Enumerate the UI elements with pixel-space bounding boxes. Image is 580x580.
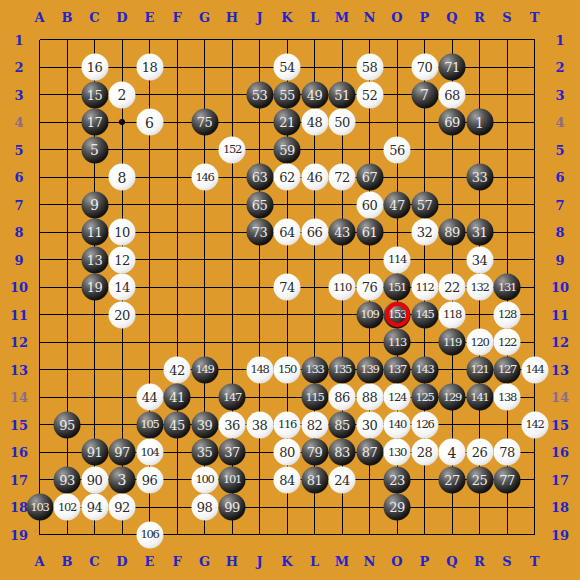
- intersection-Q1[interactable]: [438, 26, 466, 54]
- intersection-M6[interactable]: 72: [328, 163, 356, 191]
- intersection-K11[interactable]: [273, 301, 301, 329]
- intersection-Q6[interactable]: [438, 163, 466, 191]
- intersection-D6[interactable]: 8: [108, 163, 136, 191]
- intersection-O19[interactable]: [383, 521, 411, 549]
- intersection-E5[interactable]: [136, 136, 164, 164]
- intersection-O2[interactable]: [383, 53, 411, 81]
- intersection-E18[interactable]: [136, 493, 164, 521]
- intersection-T5[interactable]: [521, 136, 549, 164]
- intersection-K15[interactable]: 116: [273, 411, 301, 439]
- intersection-S13[interactable]: 127: [493, 356, 521, 384]
- intersection-P9[interactable]: [411, 246, 439, 274]
- intersection-L18[interactable]: [301, 493, 329, 521]
- intersection-F9[interactable]: [163, 246, 191, 274]
- intersection-C10[interactable]: 19: [81, 273, 109, 301]
- intersection-G7[interactable]: [191, 191, 219, 219]
- intersection-E4[interactable]: 6: [136, 108, 164, 136]
- intersection-S3[interactable]: [493, 81, 521, 109]
- intersection-L12[interactable]: [301, 328, 329, 356]
- intersection-M17[interactable]: 24: [328, 466, 356, 494]
- intersection-O17[interactable]: 23: [383, 466, 411, 494]
- intersection-O10[interactable]: 151: [383, 273, 411, 301]
- intersection-E1[interactable]: [136, 26, 164, 54]
- intersection-N12[interactable]: [356, 328, 384, 356]
- intersection-C3[interactable]: 15: [81, 81, 109, 109]
- intersection-T12[interactable]: [521, 328, 549, 356]
- intersection-H1[interactable]: [218, 26, 246, 54]
- intersection-S19[interactable]: [493, 521, 521, 549]
- intersection-F4[interactable]: [163, 108, 191, 136]
- intersection-A19[interactable]: [26, 521, 54, 549]
- intersection-F7[interactable]: [163, 191, 191, 219]
- intersection-S9[interactable]: [493, 246, 521, 274]
- intersection-D18[interactable]: 92: [108, 493, 136, 521]
- intersection-G10[interactable]: [191, 273, 219, 301]
- intersection-Q4[interactable]: 69: [438, 108, 466, 136]
- intersection-H9[interactable]: [218, 246, 246, 274]
- intersection-R5[interactable]: [466, 136, 494, 164]
- intersection-F14[interactable]: 41: [163, 383, 191, 411]
- intersection-A7[interactable]: [26, 191, 54, 219]
- intersection-N19[interactable]: [356, 521, 384, 549]
- intersection-M1[interactable]: [328, 26, 356, 54]
- intersection-S5[interactable]: [493, 136, 521, 164]
- intersection-S18[interactable]: [493, 493, 521, 521]
- intersection-H17[interactable]: 101: [218, 466, 246, 494]
- intersection-L6[interactable]: 46: [301, 163, 329, 191]
- intersection-G18[interactable]: 98: [191, 493, 219, 521]
- intersection-Q2[interactable]: 71: [438, 53, 466, 81]
- intersection-J9[interactable]: [246, 246, 274, 274]
- intersection-K5[interactable]: 59: [273, 136, 301, 164]
- intersection-D3[interactable]: 2: [108, 81, 136, 109]
- intersection-H13[interactable]: [218, 356, 246, 384]
- intersection-T1[interactable]: [521, 26, 549, 54]
- intersection-E11[interactable]: [136, 301, 164, 329]
- intersection-S12[interactable]: 122: [493, 328, 521, 356]
- intersection-C15[interactable]: [81, 411, 109, 439]
- intersection-Q15[interactable]: [438, 411, 466, 439]
- intersection-P2[interactable]: 70: [411, 53, 439, 81]
- intersection-R13[interactable]: 121: [466, 356, 494, 384]
- intersection-P7[interactable]: 57: [411, 191, 439, 219]
- intersection-P10[interactable]: 112: [411, 273, 439, 301]
- intersection-O8[interactable]: [383, 218, 411, 246]
- intersection-J11[interactable]: [246, 301, 274, 329]
- intersection-C6[interactable]: [81, 163, 109, 191]
- intersection-K3[interactable]: 55: [273, 81, 301, 109]
- intersection-B7[interactable]: [53, 191, 81, 219]
- intersection-G1[interactable]: [191, 26, 219, 54]
- intersection-J16[interactable]: [246, 438, 274, 466]
- intersection-B17[interactable]: 93: [53, 466, 81, 494]
- intersection-L7[interactable]: [301, 191, 329, 219]
- intersection-S1[interactable]: [493, 26, 521, 54]
- intersection-D8[interactable]: 10: [108, 218, 136, 246]
- intersection-N11[interactable]: 109: [356, 301, 384, 329]
- intersection-C2[interactable]: 16: [81, 53, 109, 81]
- intersection-T18[interactable]: [521, 493, 549, 521]
- intersection-Q8[interactable]: 89: [438, 218, 466, 246]
- intersection-P18[interactable]: [411, 493, 439, 521]
- intersection-F18[interactable]: [163, 493, 191, 521]
- intersection-Q19[interactable]: [438, 521, 466, 549]
- intersection-G17[interactable]: 100: [191, 466, 219, 494]
- intersection-S11[interactable]: 128: [493, 301, 521, 329]
- intersection-H2[interactable]: [218, 53, 246, 81]
- intersection-O6[interactable]: [383, 163, 411, 191]
- intersection-C8[interactable]: 11: [81, 218, 109, 246]
- intersection-O3[interactable]: [383, 81, 411, 109]
- intersection-P11[interactable]: 145: [411, 301, 439, 329]
- intersection-E15[interactable]: 105: [136, 411, 164, 439]
- intersection-L10[interactable]: [301, 273, 329, 301]
- intersection-K19[interactable]: [273, 521, 301, 549]
- intersection-J17[interactable]: [246, 466, 274, 494]
- intersection-O14[interactable]: 124: [383, 383, 411, 411]
- intersection-P6[interactable]: [411, 163, 439, 191]
- intersection-C16[interactable]: 91: [81, 438, 109, 466]
- intersection-R2[interactable]: [466, 53, 494, 81]
- intersection-D4[interactable]: [108, 108, 136, 136]
- intersection-B19[interactable]: [53, 521, 81, 549]
- intersection-N1[interactable]: [356, 26, 384, 54]
- intersection-O13[interactable]: 137: [383, 356, 411, 384]
- intersection-M11[interactable]: [328, 301, 356, 329]
- intersection-T16[interactable]: [521, 438, 549, 466]
- intersection-C17[interactable]: 90: [81, 466, 109, 494]
- intersection-B1[interactable]: [53, 26, 81, 54]
- intersection-E3[interactable]: [136, 81, 164, 109]
- intersection-H19[interactable]: [218, 521, 246, 549]
- intersection-E14[interactable]: 44: [136, 383, 164, 411]
- intersection-E10[interactable]: [136, 273, 164, 301]
- intersection-J13[interactable]: 148: [246, 356, 274, 384]
- intersection-J18[interactable]: [246, 493, 274, 521]
- intersection-Q14[interactable]: 129: [438, 383, 466, 411]
- intersection-J7[interactable]: 65: [246, 191, 274, 219]
- intersection-S15[interactable]: [493, 411, 521, 439]
- intersection-T3[interactable]: [521, 81, 549, 109]
- intersection-F17[interactable]: [163, 466, 191, 494]
- intersection-K13[interactable]: 150: [273, 356, 301, 384]
- intersection-F16[interactable]: [163, 438, 191, 466]
- intersection-B13[interactable]: [53, 356, 81, 384]
- intersection-B14[interactable]: [53, 383, 81, 411]
- intersection-T13[interactable]: 144: [521, 356, 549, 384]
- intersection-N10[interactable]: 76: [356, 273, 384, 301]
- intersection-R4[interactable]: 1: [466, 108, 494, 136]
- intersection-T19[interactable]: [521, 521, 549, 549]
- intersection-O7[interactable]: 47: [383, 191, 411, 219]
- intersection-H4[interactable]: [218, 108, 246, 136]
- intersection-S2[interactable]: [493, 53, 521, 81]
- intersection-O15[interactable]: 140: [383, 411, 411, 439]
- intersection-B9[interactable]: [53, 246, 81, 274]
- intersection-M9[interactable]: [328, 246, 356, 274]
- intersection-L15[interactable]: 82: [301, 411, 329, 439]
- intersection-R17[interactable]: 25: [466, 466, 494, 494]
- intersection-B5[interactable]: [53, 136, 81, 164]
- intersection-S6[interactable]: [493, 163, 521, 191]
- intersection-H6[interactable]: [218, 163, 246, 191]
- intersection-T10[interactable]: [521, 273, 549, 301]
- intersection-L1[interactable]: [301, 26, 329, 54]
- intersection-R3[interactable]: [466, 81, 494, 109]
- intersection-P15[interactable]: 126: [411, 411, 439, 439]
- intersection-K7[interactable]: [273, 191, 301, 219]
- intersection-R8[interactable]: 31: [466, 218, 494, 246]
- intersection-K16[interactable]: 80: [273, 438, 301, 466]
- intersection-N15[interactable]: 30: [356, 411, 384, 439]
- intersection-A5[interactable]: [26, 136, 54, 164]
- intersection-D12[interactable]: [108, 328, 136, 356]
- intersection-D10[interactable]: 14: [108, 273, 136, 301]
- intersection-B8[interactable]: [53, 218, 81, 246]
- intersection-L8[interactable]: 66: [301, 218, 329, 246]
- intersection-E7[interactable]: [136, 191, 164, 219]
- intersection-M14[interactable]: 86: [328, 383, 356, 411]
- intersection-Q11[interactable]: 118: [438, 301, 466, 329]
- intersection-B2[interactable]: [53, 53, 81, 81]
- intersection-L9[interactable]: [301, 246, 329, 274]
- intersection-F6[interactable]: [163, 163, 191, 191]
- intersection-F12[interactable]: [163, 328, 191, 356]
- intersection-J12[interactable]: [246, 328, 274, 356]
- intersection-K2[interactable]: 54: [273, 53, 301, 81]
- intersection-M10[interactable]: 110: [328, 273, 356, 301]
- intersection-O4[interactable]: [383, 108, 411, 136]
- intersection-C11[interactable]: [81, 301, 109, 329]
- intersection-P12[interactable]: [411, 328, 439, 356]
- intersection-G11[interactable]: [191, 301, 219, 329]
- intersection-R15[interactable]: [466, 411, 494, 439]
- intersection-G9[interactable]: [191, 246, 219, 274]
- intersection-Q12[interactable]: 119: [438, 328, 466, 356]
- intersection-O9[interactable]: 114: [383, 246, 411, 274]
- intersection-R19[interactable]: [466, 521, 494, 549]
- intersection-Q9[interactable]: [438, 246, 466, 274]
- intersection-M16[interactable]: 83: [328, 438, 356, 466]
- intersection-B12[interactable]: [53, 328, 81, 356]
- intersection-L14[interactable]: 115: [301, 383, 329, 411]
- intersection-G3[interactable]: [191, 81, 219, 109]
- intersection-M15[interactable]: 85: [328, 411, 356, 439]
- intersection-T9[interactable]: [521, 246, 549, 274]
- intersection-F11[interactable]: [163, 301, 191, 329]
- intersection-E12[interactable]: [136, 328, 164, 356]
- intersection-N16[interactable]: 87: [356, 438, 384, 466]
- intersection-S14[interactable]: 138: [493, 383, 521, 411]
- intersection-T8[interactable]: [521, 218, 549, 246]
- intersection-D9[interactable]: 12: [108, 246, 136, 274]
- intersection-C19[interactable]: [81, 521, 109, 549]
- intersection-K14[interactable]: [273, 383, 301, 411]
- intersection-O11[interactable]: 153: [383, 301, 411, 329]
- intersection-T4[interactable]: [521, 108, 549, 136]
- intersection-M3[interactable]: 51: [328, 81, 356, 109]
- intersection-H10[interactable]: [218, 273, 246, 301]
- intersection-D5[interactable]: [108, 136, 136, 164]
- intersection-T15[interactable]: 142: [521, 411, 549, 439]
- intersection-R9[interactable]: 34: [466, 246, 494, 274]
- intersection-B6[interactable]: [53, 163, 81, 191]
- intersection-A1[interactable]: [26, 26, 54, 54]
- intersection-S8[interactable]: [493, 218, 521, 246]
- intersection-F1[interactable]: [163, 26, 191, 54]
- intersection-G8[interactable]: [191, 218, 219, 246]
- intersection-R11[interactable]: [466, 301, 494, 329]
- intersection-M12[interactable]: [328, 328, 356, 356]
- intersection-K10[interactable]: 74: [273, 273, 301, 301]
- intersection-H7[interactable]: [218, 191, 246, 219]
- intersection-J5[interactable]: [246, 136, 274, 164]
- intersection-P16[interactable]: 28: [411, 438, 439, 466]
- intersection-B10[interactable]: [53, 273, 81, 301]
- intersection-N17[interactable]: [356, 466, 384, 494]
- intersection-O1[interactable]: [383, 26, 411, 54]
- intersection-L11[interactable]: [301, 301, 329, 329]
- intersection-N3[interactable]: 52: [356, 81, 384, 109]
- intersection-D14[interactable]: [108, 383, 136, 411]
- intersection-Q16[interactable]: 4: [438, 438, 466, 466]
- intersection-M18[interactable]: [328, 493, 356, 521]
- intersection-A8[interactable]: [26, 218, 54, 246]
- intersection-B18[interactable]: 102: [53, 493, 81, 521]
- intersection-G12[interactable]: [191, 328, 219, 356]
- intersection-H5[interactable]: 152: [218, 136, 246, 164]
- intersection-J10[interactable]: [246, 273, 274, 301]
- intersection-B11[interactable]: [53, 301, 81, 329]
- intersection-C14[interactable]: [81, 383, 109, 411]
- intersection-M2[interactable]: [328, 53, 356, 81]
- intersection-N9[interactable]: [356, 246, 384, 274]
- intersection-K18[interactable]: [273, 493, 301, 521]
- intersection-G14[interactable]: [191, 383, 219, 411]
- intersection-P3[interactable]: 7: [411, 81, 439, 109]
- intersection-D15[interactable]: [108, 411, 136, 439]
- intersection-N8[interactable]: 61: [356, 218, 384, 246]
- intersection-P13[interactable]: 143: [411, 356, 439, 384]
- intersection-C7[interactable]: 9: [81, 191, 109, 219]
- intersection-N14[interactable]: 88: [356, 383, 384, 411]
- intersection-L19[interactable]: [301, 521, 329, 549]
- intersection-T14[interactable]: [521, 383, 549, 411]
- intersection-O12[interactable]: 113: [383, 328, 411, 356]
- intersection-K6[interactable]: 62: [273, 163, 301, 191]
- intersection-A15[interactable]: [26, 411, 54, 439]
- intersection-B4[interactable]: [53, 108, 81, 136]
- intersection-N6[interactable]: 67: [356, 163, 384, 191]
- intersection-T17[interactable]: [521, 466, 549, 494]
- intersection-A13[interactable]: [26, 356, 54, 384]
- intersection-N18[interactable]: [356, 493, 384, 521]
- intersection-G16[interactable]: 35: [191, 438, 219, 466]
- intersection-M4[interactable]: 50: [328, 108, 356, 136]
- intersection-C18[interactable]: 94: [81, 493, 109, 521]
- intersection-O16[interactable]: 130: [383, 438, 411, 466]
- intersection-T6[interactable]: [521, 163, 549, 191]
- intersection-E17[interactable]: 96: [136, 466, 164, 494]
- intersection-A9[interactable]: [26, 246, 54, 274]
- intersection-G6[interactable]: 146: [191, 163, 219, 191]
- intersection-P8[interactable]: 32: [411, 218, 439, 246]
- intersection-G19[interactable]: [191, 521, 219, 549]
- intersection-L2[interactable]: [301, 53, 329, 81]
- intersection-Q5[interactable]: [438, 136, 466, 164]
- intersection-A12[interactable]: [26, 328, 54, 356]
- intersection-G13[interactable]: 149: [191, 356, 219, 384]
- intersection-R10[interactable]: 132: [466, 273, 494, 301]
- intersection-A2[interactable]: [26, 53, 54, 81]
- intersection-R12[interactable]: 120: [466, 328, 494, 356]
- intersection-H3[interactable]: [218, 81, 246, 109]
- intersection-E6[interactable]: [136, 163, 164, 191]
- intersection-N13[interactable]: 139: [356, 356, 384, 384]
- intersection-E8[interactable]: [136, 218, 164, 246]
- intersection-B16[interactable]: [53, 438, 81, 466]
- intersection-M8[interactable]: 43: [328, 218, 356, 246]
- intersection-S16[interactable]: 78: [493, 438, 521, 466]
- intersection-A10[interactable]: [26, 273, 54, 301]
- intersection-Q13[interactable]: [438, 356, 466, 384]
- intersection-F3[interactable]: [163, 81, 191, 109]
- intersection-N2[interactable]: 58: [356, 53, 384, 81]
- intersection-G2[interactable]: [191, 53, 219, 81]
- intersection-E16[interactable]: 104: [136, 438, 164, 466]
- intersection-L16[interactable]: 79: [301, 438, 329, 466]
- intersection-D7[interactable]: [108, 191, 136, 219]
- intersection-P1[interactable]: [411, 26, 439, 54]
- intersection-A16[interactable]: [26, 438, 54, 466]
- intersection-B15[interactable]: 95: [53, 411, 81, 439]
- intersection-J19[interactable]: [246, 521, 274, 549]
- intersection-Q18[interactable]: [438, 493, 466, 521]
- intersection-P5[interactable]: [411, 136, 439, 164]
- intersection-A11[interactable]: [26, 301, 54, 329]
- intersection-P17[interactable]: [411, 466, 439, 494]
- intersection-C1[interactable]: [81, 26, 109, 54]
- intersection-J8[interactable]: 73: [246, 218, 274, 246]
- intersection-C13[interactable]: [81, 356, 109, 384]
- intersection-C4[interactable]: 17: [81, 108, 109, 136]
- intersection-Q7[interactable]: [438, 191, 466, 219]
- intersection-S17[interactable]: 77: [493, 466, 521, 494]
- intersection-T11[interactable]: [521, 301, 549, 329]
- intersection-R14[interactable]: 141: [466, 383, 494, 411]
- intersection-H8[interactable]: [218, 218, 246, 246]
- intersection-E19[interactable]: 106: [136, 521, 164, 549]
- intersection-D11[interactable]: 20: [108, 301, 136, 329]
- intersection-H11[interactable]: [218, 301, 246, 329]
- intersection-D16[interactable]: 97: [108, 438, 136, 466]
- intersection-H12[interactable]: [218, 328, 246, 356]
- intersection-A3[interactable]: [26, 81, 54, 109]
- intersection-J2[interactable]: [246, 53, 274, 81]
- intersection-G4[interactable]: 75: [191, 108, 219, 136]
- intersection-J14[interactable]: [246, 383, 274, 411]
- intersection-R18[interactable]: [466, 493, 494, 521]
- intersection-T2[interactable]: [521, 53, 549, 81]
- intersection-F13[interactable]: 42: [163, 356, 191, 384]
- intersection-M7[interactable]: [328, 191, 356, 219]
- intersection-R6[interactable]: 33: [466, 163, 494, 191]
- intersection-D2[interactable]: [108, 53, 136, 81]
- intersection-R7[interactable]: [466, 191, 494, 219]
- intersection-A4[interactable]: [26, 108, 54, 136]
- intersection-F19[interactable]: [163, 521, 191, 549]
- intersection-J3[interactable]: 53: [246, 81, 274, 109]
